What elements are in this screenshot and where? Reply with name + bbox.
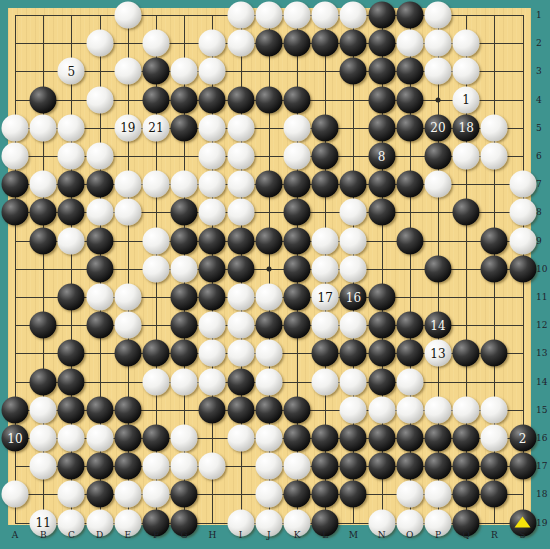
stone-J2 [255,30,282,57]
stone-H7 [199,171,226,198]
stone-I10 [227,255,254,282]
stone-G18 [171,481,198,508]
stone-B5 [30,114,57,141]
stone-N12 [368,312,395,339]
stone-F14 [143,368,170,395]
stone-B12 [30,312,57,339]
stone-G14 [171,368,198,395]
stone-N5 [368,114,395,141]
stone-P10 [425,255,452,282]
row-label-3: 3 [536,66,542,76]
stone-F7 [143,171,170,198]
column-label-B: B [40,530,47,540]
stone-I2 [227,30,254,57]
stone-O3 [396,58,423,85]
stone-A18 [2,481,29,508]
move-number-label: 5 [68,65,76,77]
stone-D15 [86,396,113,423]
row-label-12: 12 [536,320,547,330]
row-label-16: 16 [536,433,547,443]
move-number-label: 14 [430,319,445,331]
stone-B15 [30,396,57,423]
stone-K7 [284,171,311,198]
move-number-label: 17 [318,291,333,303]
stone-S17 [509,453,536,480]
stone-B7 [30,171,57,198]
stone-N15 [368,396,395,423]
stone-Q15 [453,396,480,423]
stone-K15 [284,396,311,423]
stone-N1 [368,2,395,29]
stone-O7 [396,171,423,198]
stone-H15 [199,396,226,423]
move-number-label: 10 [7,432,22,444]
stone-J11 [255,284,282,311]
stone-K6 [284,143,311,170]
stone-O13 [396,340,423,367]
row-label-14: 14 [536,377,547,387]
stone-N11 [368,284,395,311]
stone-L2 [312,30,339,57]
stone-J12 [255,312,282,339]
row-label-19: 19 [536,518,547,528]
stone-O5 [396,114,423,141]
stone-N13 [368,340,395,367]
column-label-I: I [239,530,243,540]
stone-R5 [481,114,508,141]
row-label-15: 15 [536,405,547,415]
stone-L11: 17 [312,284,339,311]
stone-J13 [255,340,282,367]
stone-K17 [284,453,311,480]
stone-H3 [199,58,226,85]
stone-I15 [227,396,254,423]
stone-D6 [86,143,113,170]
column-label-N: N [378,530,386,540]
stone-E17 [114,453,141,480]
stone-I7 [227,171,254,198]
stone-O4 [396,86,423,113]
stone-K2 [284,30,311,57]
stone-M2 [340,30,367,57]
stone-J4 [255,86,282,113]
row-label-17: 17 [536,461,547,471]
stone-L5 [312,114,339,141]
stone-G17 [171,453,198,480]
stone-H4 [199,86,226,113]
stone-D8 [86,199,113,226]
stone-Q18 [453,481,480,508]
stone-M9 [340,227,367,254]
hoshi-point [436,97,441,102]
stone-P6 [425,143,452,170]
stone-G8 [171,199,198,226]
stone-O18 [396,481,423,508]
stone-N4 [368,86,395,113]
stone-E16 [114,425,141,452]
stone-M1 [340,2,367,29]
stone-M11: 16 [340,284,367,311]
stone-Q8 [453,199,480,226]
stone-H17 [199,453,226,480]
stone-D10 [86,255,113,282]
stone-J17 [255,453,282,480]
stone-P5: 20 [425,114,452,141]
stone-R13 [481,340,508,367]
stone-Q2 [453,30,480,57]
stone-C11 [58,284,85,311]
stone-D9 [86,227,113,254]
stone-O1 [396,2,423,29]
stone-R17 [481,453,508,480]
stone-I9 [227,227,254,254]
column-label-D: D [96,530,103,540]
stone-D12 [86,312,113,339]
stone-B17 [30,453,57,480]
stone-J15 [255,396,282,423]
stone-P7 [425,171,452,198]
row-label-2: 2 [536,38,542,48]
stone-I12 [227,312,254,339]
move-number-label: 21 [148,122,163,134]
stone-A7 [2,171,29,198]
stone-H5 [199,114,226,141]
stone-N7 [368,171,395,198]
row-label-5: 5 [536,123,542,133]
stone-O14 [396,368,423,395]
row-label-1: 1 [536,10,542,20]
go-app-window: 511921201881716141310211 ABCDEFGHIJKLMNO… [0,0,550,549]
stone-E15 [114,396,141,423]
stone-S10 [509,255,536,282]
stone-R15 [481,396,508,423]
stone-C3: 5 [58,58,85,85]
stone-J14 [255,368,282,395]
move-number-label: 13 [430,347,445,359]
stone-H13 [199,340,226,367]
stone-R10 [481,255,508,282]
stone-K4 [284,86,311,113]
stone-P13: 13 [425,340,452,367]
column-label-C: C [68,530,75,540]
stone-C16 [58,425,85,452]
move-number-label: 20 [430,122,445,134]
stone-Q5: 18 [453,114,480,141]
stone-G3 [171,58,198,85]
stone-R18 [481,481,508,508]
stone-B16 [30,425,57,452]
stone-C15 [58,396,85,423]
row-label-11: 11 [536,292,547,302]
stone-F4 [143,86,170,113]
row-label-9: 9 [536,236,542,246]
stone-I6 [227,143,254,170]
stone-I13 [227,340,254,367]
stone-G13 [171,340,198,367]
stone-M18 [340,481,367,508]
stone-I8 [227,199,254,226]
stone-R6 [481,143,508,170]
stone-L17 [312,453,339,480]
stone-C8 [58,199,85,226]
stone-S8 [509,199,536,226]
stone-H8 [199,199,226,226]
column-label-Q: Q [462,530,469,540]
stone-K8 [284,199,311,226]
stone-P3 [425,58,452,85]
stone-H12 [199,312,226,339]
stone-D2 [86,30,113,57]
column-label-G: G [181,530,188,540]
stone-K10 [284,255,311,282]
stone-K16 [284,425,311,452]
hoshi-point [266,266,271,271]
go-board[interactable]: 511921201881716141310211 [8,8,531,525]
stone-M3 [340,58,367,85]
stone-I16 [227,425,254,452]
stone-F13 [143,340,170,367]
row-label-6: 6 [536,151,542,161]
stone-A5 [2,114,29,141]
stone-G12 [171,312,198,339]
stone-M17 [340,453,367,480]
stone-N14 [368,368,395,395]
stone-Q4: 1 [453,86,480,113]
stone-L18 [312,481,339,508]
stone-P18 [425,481,452,508]
stone-N2 [368,30,395,57]
stone-E3 [114,58,141,85]
column-label-H: H [208,530,216,540]
stone-M10 [340,255,367,282]
stone-F17 [143,453,170,480]
column-label-R: R [491,530,498,540]
stone-E1 [114,2,141,29]
stone-C5 [58,114,85,141]
stone-M16 [340,425,367,452]
stone-C7 [58,171,85,198]
stone-O2 [396,30,423,57]
stone-M15 [340,396,367,423]
stone-F9 [143,227,170,254]
stone-J16 [255,425,282,452]
stone-Q17 [453,453,480,480]
stone-P15 [425,396,452,423]
stone-I14 [227,368,254,395]
move-number-label: 8 [378,150,386,162]
stone-H6 [199,143,226,170]
row-label-4: 4 [536,95,542,105]
move-number-label: 16 [346,291,361,303]
stone-I1 [227,2,254,29]
stone-O9 [396,227,423,254]
move-number-label: 19 [120,122,135,134]
stone-I5 [227,114,254,141]
stone-Q13 [453,340,480,367]
stone-F2 [143,30,170,57]
stone-F18 [143,481,170,508]
column-label-K: K [294,530,301,540]
stone-C18 [58,481,85,508]
stone-O16 [396,425,423,452]
move-number-label: 18 [459,122,474,134]
stone-E7 [114,171,141,198]
stone-L9 [312,227,339,254]
move-number-label: 2 [519,432,527,444]
stone-G16 [171,425,198,452]
column-label-P: P [435,530,441,540]
stone-P12: 14 [425,312,452,339]
stone-N16 [368,425,395,452]
stone-E8 [114,199,141,226]
move-number-label: 11 [36,517,51,529]
stone-D4 [86,86,113,113]
column-label-S: S [520,530,526,540]
stone-G10 [171,255,198,282]
stone-K5 [284,114,311,141]
row-label-10: 10 [536,264,547,274]
stone-F16 [143,425,170,452]
stone-K1 [284,2,311,29]
stone-J18 [255,481,282,508]
stone-P16 [425,425,452,452]
stone-C17 [58,453,85,480]
column-label-F: F [153,530,159,540]
stone-B14 [30,368,57,395]
stone-Q6 [453,143,480,170]
stone-I11 [227,284,254,311]
stone-E13 [114,340,141,367]
stone-F5: 21 [143,114,170,141]
stone-D7 [86,171,113,198]
row-label-18: 18 [536,489,547,499]
column-label-M: M [349,530,358,540]
stone-O17 [396,453,423,480]
stone-B9 [30,227,57,254]
stone-J7 [255,171,282,198]
stone-F10 [143,255,170,282]
stone-G11 [171,284,198,311]
stone-N8 [368,199,395,226]
stone-M14 [340,368,367,395]
column-label-L: L [322,530,328,540]
stone-B4 [30,86,57,113]
stone-H2 [199,30,226,57]
stone-D18 [86,481,113,508]
stone-N17 [368,453,395,480]
stone-L16 [312,425,339,452]
stone-B8 [30,199,57,226]
stone-P1 [425,2,452,29]
column-label-E: E [125,530,132,540]
stone-E12 [114,312,141,339]
stone-A6 [2,143,29,170]
stone-G7 [171,171,198,198]
stone-R16 [481,425,508,452]
stone-M7 [340,171,367,198]
stone-C13 [58,340,85,367]
stone-N3 [368,58,395,85]
stone-E5: 19 [114,114,141,141]
stone-K18 [284,481,311,508]
stone-Q3 [453,58,480,85]
stone-K9 [284,227,311,254]
row-label-7: 7 [536,179,542,189]
stone-R9 [481,227,508,254]
stone-J1 [255,2,282,29]
stone-O12 [396,312,423,339]
stone-L6 [312,143,339,170]
stone-G4 [171,86,198,113]
stone-F3 [143,58,170,85]
stone-Q16 [453,425,480,452]
stone-G9 [171,227,198,254]
stone-L10 [312,255,339,282]
stone-D16 [86,425,113,452]
stone-D11 [86,284,113,311]
stone-C6 [58,143,85,170]
move-number-label: 1 [462,94,470,106]
stone-S16: 2 [509,425,536,452]
stone-J9 [255,227,282,254]
stone-H14 [199,368,226,395]
stone-S7 [509,171,536,198]
column-label-O: O [406,530,413,540]
stone-A8 [2,199,29,226]
stone-K12 [284,312,311,339]
column-label-J: J [267,530,271,540]
stone-I4 [227,86,254,113]
stone-L12 [312,312,339,339]
stone-C9 [58,227,85,254]
stone-H10 [199,255,226,282]
stone-M13 [340,340,367,367]
stone-D17 [86,453,113,480]
stone-H11 [199,284,226,311]
stone-L14 [312,368,339,395]
stone-L7 [312,171,339,198]
stone-C14 [58,368,85,395]
stone-S9 [509,227,536,254]
stone-K11 [284,284,311,311]
stone-A15 [2,396,29,423]
stone-H9 [199,227,226,254]
stone-E11 [114,284,141,311]
yellow-triangle-marker [515,517,531,528]
stone-P17 [425,453,452,480]
stone-L1 [312,2,339,29]
stone-M12 [340,312,367,339]
stone-E18 [114,481,141,508]
row-label-8: 8 [536,207,542,217]
stone-M8 [340,199,367,226]
stone-A16: 10 [2,425,29,452]
stone-N6: 8 [368,143,395,170]
stone-G5 [171,114,198,141]
stone-L13 [312,340,339,367]
stone-O15 [396,396,423,423]
column-label-A: A [12,530,19,540]
row-label-13: 13 [536,348,547,358]
stone-P2 [425,30,452,57]
